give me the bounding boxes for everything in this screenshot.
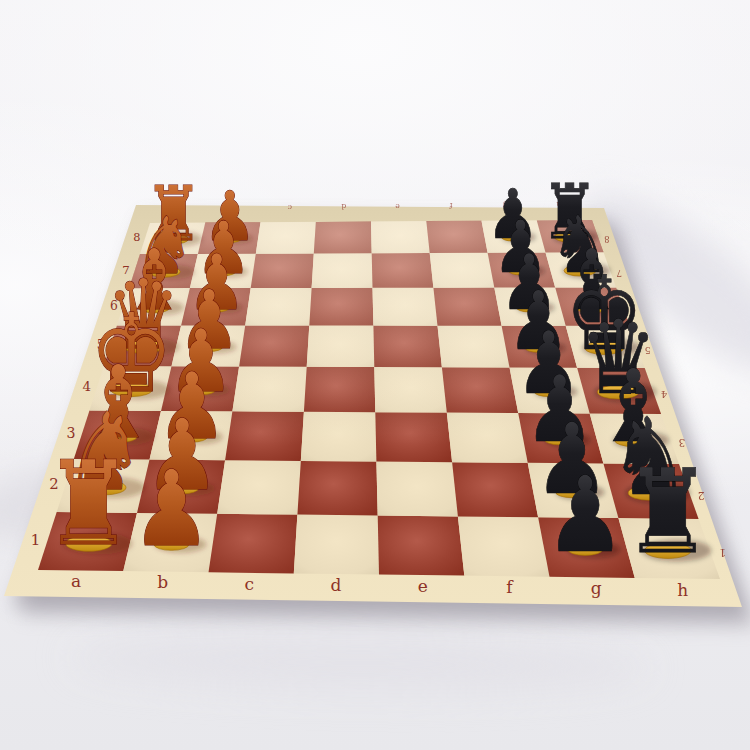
piece-glyph-white-pawn: ♟ <box>131 449 211 570</box>
piece-white-pawn[interactable]: ♟ <box>131 449 211 570</box>
file-label-near-g: g <box>591 578 602 598</box>
photo-backdrop: aabbccddeeffgghh1122334455667788♟♟♜♜♟♟♞♞… <box>0 0 750 750</box>
file-label-near-e: e <box>418 576 428 596</box>
file-label-far-c: c <box>288 203 292 212</box>
piece-white-rook[interactable]: ♜ <box>44 437 134 572</box>
rank-label-left-1: 1 <box>30 531 40 549</box>
file-label-near-c: c <box>245 574 255 594</box>
file-label-far-d: d <box>341 202 346 211</box>
rank-label-right-1: 1 <box>719 546 726 560</box>
file-label-near-b: b <box>157 572 168 592</box>
file-label-far-e: e <box>395 202 400 211</box>
file-label-near-a: a <box>71 571 81 591</box>
file-label-near-h: h <box>677 580 688 600</box>
file-label-near-d: d <box>331 575 342 595</box>
piece-black-pawn[interactable]: ♟ <box>545 454 625 575</box>
chessboard-photo: aabbccddeeffgghh1122334455667788♟♟♜♜♟♟♞♞… <box>0 0 750 750</box>
piece-glyph-black-rook: ♜ <box>623 444 713 579</box>
piece-black-rook[interactable]: ♜ <box>623 444 713 579</box>
piece-glyph-white-rook: ♜ <box>44 437 134 572</box>
piece-glyph-black-pawn: ♟ <box>545 454 625 575</box>
